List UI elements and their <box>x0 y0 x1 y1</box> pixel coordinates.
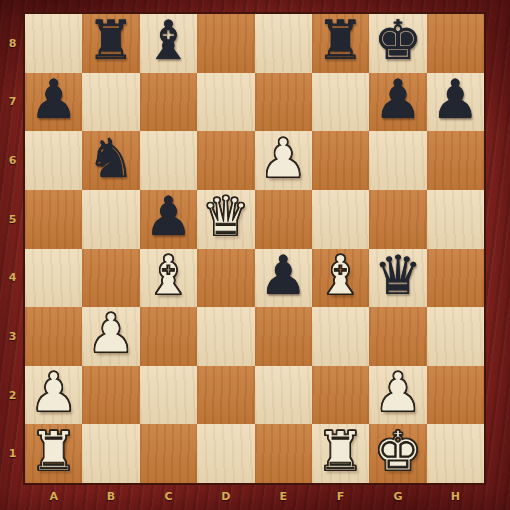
white-pawn[interactable]: ♟ <box>259 132 307 186</box>
black-pawn[interactable]: ♟ <box>144 190 192 244</box>
square-g7[interactable]: ♟ <box>369 73 426 132</box>
square-b3[interactable]: ♟ <box>82 307 139 366</box>
file-label-h: H <box>427 483 484 510</box>
square-e2[interactable] <box>255 366 312 425</box>
square-h7[interactable]: ♟ <box>427 73 484 132</box>
black-pawn[interactable]: ♟ <box>29 73 77 127</box>
square-e3[interactable] <box>255 307 312 366</box>
file-labels: ABCDEFGH <box>25 483 484 510</box>
white-rook[interactable]: ♜ <box>29 425 77 479</box>
white-pawn[interactable]: ♟ <box>374 366 422 420</box>
square-a5[interactable] <box>25 190 82 249</box>
square-a1[interactable]: ♜ <box>25 424 82 483</box>
square-g4[interactable]: ♛ <box>369 249 426 308</box>
square-g8[interactable]: ♚ <box>369 14 426 73</box>
square-g2[interactable]: ♟ <box>369 366 426 425</box>
board-frame: 87654321 ♜♝♜♚♟♟♟♞♟♟♛♝♟♝♛♟♟♟♜♜♚ ABCDEFGH <box>0 0 510 510</box>
white-bishop[interactable]: ♝ <box>316 249 364 303</box>
file-label-g: G <box>369 483 426 510</box>
white-queen[interactable]: ♛ <box>202 190 250 244</box>
square-c1[interactable] <box>140 424 197 483</box>
square-h2[interactable] <box>427 366 484 425</box>
square-f3[interactable] <box>312 307 369 366</box>
square-f8[interactable]: ♜ <box>312 14 369 73</box>
black-pawn[interactable]: ♟ <box>374 73 422 127</box>
square-e5[interactable] <box>255 190 312 249</box>
file-label-b: B <box>82 483 139 510</box>
square-g6[interactable] <box>369 131 426 190</box>
square-f1[interactable]: ♜ <box>312 424 369 483</box>
square-c4[interactable]: ♝ <box>140 249 197 308</box>
square-h4[interactable] <box>427 249 484 308</box>
square-a7[interactable]: ♟ <box>25 73 82 132</box>
file-label-a: A <box>25 483 82 510</box>
square-c5[interactable]: ♟ <box>140 190 197 249</box>
rank-label-2: 2 <box>0 366 25 425</box>
square-d2[interactable] <box>197 366 254 425</box>
square-e4[interactable]: ♟ <box>255 249 312 308</box>
square-h1[interactable] <box>427 424 484 483</box>
square-f6[interactable] <box>312 131 369 190</box>
black-queen[interactable]: ♛ <box>374 249 422 303</box>
square-b1[interactable] <box>82 424 139 483</box>
square-b6[interactable]: ♞ <box>82 131 139 190</box>
square-a3[interactable] <box>25 307 82 366</box>
black-bishop[interactable]: ♝ <box>144 14 192 68</box>
black-rook[interactable]: ♜ <box>316 14 364 68</box>
square-c6[interactable] <box>140 131 197 190</box>
white-pawn[interactable]: ♟ <box>29 366 77 420</box>
white-pawn[interactable]: ♟ <box>87 307 135 361</box>
rank-label-5: 5 <box>0 190 25 249</box>
black-rook[interactable]: ♜ <box>87 14 135 68</box>
rank-label-8: 8 <box>0 14 25 73</box>
white-rook[interactable]: ♜ <box>316 425 364 479</box>
square-g1[interactable]: ♚ <box>369 424 426 483</box>
square-d4[interactable] <box>197 249 254 308</box>
rank-labels: 87654321 <box>0 14 25 483</box>
square-c8[interactable]: ♝ <box>140 14 197 73</box>
rank-label-1: 1 <box>0 424 25 483</box>
square-c2[interactable] <box>140 366 197 425</box>
rank-label-4: 4 <box>0 249 25 308</box>
square-d7[interactable] <box>197 73 254 132</box>
square-a4[interactable] <box>25 249 82 308</box>
square-d3[interactable] <box>197 307 254 366</box>
file-label-d: D <box>197 483 254 510</box>
square-g3[interactable] <box>369 307 426 366</box>
square-b2[interactable] <box>82 366 139 425</box>
file-label-e: E <box>255 483 312 510</box>
square-h8[interactable] <box>427 14 484 73</box>
square-d6[interactable] <box>197 131 254 190</box>
black-king[interactable]: ♚ <box>374 14 422 68</box>
file-label-c: C <box>140 483 197 510</box>
white-bishop[interactable]: ♝ <box>144 249 192 303</box>
rank-label-7: 7 <box>0 73 25 132</box>
square-d5[interactable]: ♛ <box>197 190 254 249</box>
square-b4[interactable] <box>82 249 139 308</box>
square-f7[interactable] <box>312 73 369 132</box>
square-h3[interactable] <box>427 307 484 366</box>
square-a8[interactable] <box>25 14 82 73</box>
square-h6[interactable] <box>427 131 484 190</box>
file-label-f: F <box>312 483 369 510</box>
square-b8[interactable]: ♜ <box>82 14 139 73</box>
square-b5[interactable] <box>82 190 139 249</box>
square-d1[interactable] <box>197 424 254 483</box>
white-king[interactable]: ♚ <box>374 425 422 479</box>
square-e6[interactable]: ♟ <box>255 131 312 190</box>
chess-board: ♜♝♜♚♟♟♟♞♟♟♛♝♟♝♛♟♟♟♜♜♚ <box>25 14 484 483</box>
square-f4[interactable]: ♝ <box>312 249 369 308</box>
square-e1[interactable] <box>255 424 312 483</box>
square-f2[interactable] <box>312 366 369 425</box>
black-knight[interactable]: ♞ <box>87 132 135 186</box>
rank-label-6: 6 <box>0 131 25 190</box>
square-e7[interactable] <box>255 73 312 132</box>
square-a2[interactable]: ♟ <box>25 366 82 425</box>
square-h5[interactable] <box>427 190 484 249</box>
square-g5[interactable] <box>369 190 426 249</box>
rank-label-3: 3 <box>0 307 25 366</box>
square-d8[interactable] <box>197 14 254 73</box>
black-pawn[interactable]: ♟ <box>259 249 307 303</box>
black-pawn[interactable]: ♟ <box>431 73 479 127</box>
square-c7[interactable] <box>140 73 197 132</box>
square-c3[interactable] <box>140 307 197 366</box>
square-e8[interactable] <box>255 14 312 73</box>
square-f5[interactable] <box>312 190 369 249</box>
square-b7[interactable] <box>82 73 139 132</box>
square-a6[interactable] <box>25 131 82 190</box>
